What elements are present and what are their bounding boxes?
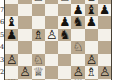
square-d7 — [45, 4, 58, 17]
white-bishop-c5: ♗ — [33, 29, 44, 42]
square-c7 — [32, 4, 45, 17]
square-b6 — [18, 16, 31, 29]
square-b2: ♙ — [18, 66, 31, 79]
rank-label-4: 4 — [0, 44, 4, 51]
square-e5: ♞ — [58, 29, 71, 42]
chess-board: ♜♜♚♟♝♟♝♟♞♟♟♗♙♞♘♙♘♙♙♕♙♗♙♖♖♔ — [4, 0, 112, 80]
square-f1: ♖ — [71, 79, 84, 80]
square-h4 — [98, 41, 111, 54]
square-h7: ♟ — [98, 4, 111, 17]
rank-label-7: 7 — [0, 7, 4, 14]
square-g6: ♟ — [85, 16, 98, 29]
white-pawn-h2: ♙ — [99, 66, 110, 79]
square-e2 — [58, 66, 71, 79]
square-c2: ♕ — [32, 66, 45, 79]
square-h5 — [98, 29, 111, 42]
rank-label-3: 3 — [0, 57, 4, 64]
chess-diagram: ♜♜♚♟♝♟♝♟♞♟♟♗♙♞♘♙♘♙♙♕♙♗♙♖♖♔ 765432 — [0, 0, 120, 80]
square-b4 — [18, 41, 31, 54]
square-h2: ♙ — [98, 66, 111, 79]
square-b5 — [18, 29, 31, 42]
square-e1 — [58, 79, 71, 80]
rank-label-2: 2 — [0, 69, 4, 76]
white-pawn-d5: ♙ — [46, 29, 57, 42]
square-d3 — [45, 54, 58, 67]
square-c1 — [32, 79, 45, 80]
white-rook-f1: ♖ — [73, 79, 84, 80]
black-pawn-h7: ♟ — [99, 4, 110, 17]
white-queen-c2: ♕ — [33, 66, 44, 79]
rank-label-5: 5 — [0, 32, 4, 39]
black-knight-e5: ♞ — [59, 29, 70, 42]
white-pawn-a3: ♙ — [6, 54, 17, 67]
square-a1: ♖ — [5, 79, 18, 80]
square-c5: ♗ — [32, 29, 45, 42]
square-e4 — [58, 41, 71, 54]
black-pawn-a5: ♟ — [6, 29, 17, 42]
square-g5 — [85, 29, 98, 42]
black-pawn-g6: ♟ — [86, 16, 97, 29]
square-d5: ♙ — [45, 29, 58, 42]
square-f4: ♘ — [71, 41, 84, 54]
black-knight-f6: ♞ — [73, 16, 84, 29]
rank-label-6: 6 — [0, 19, 4, 26]
square-a3: ♙ — [5, 54, 18, 67]
square-f6: ♞ — [71, 16, 84, 29]
square-a5: ♟ — [5, 29, 18, 42]
white-rook-a1: ♖ — [6, 79, 17, 80]
white-knight-f4: ♘ — [73, 41, 84, 54]
square-d4 — [45, 41, 58, 54]
square-e3 — [58, 54, 71, 67]
square-h6 — [98, 16, 111, 29]
square-b1 — [18, 79, 31, 80]
square-h1 — [98, 79, 111, 80]
white-king-g1: ♔ — [86, 79, 97, 80]
square-d1 — [45, 79, 58, 80]
square-g1: ♔ — [85, 79, 98, 80]
square-d2 — [45, 66, 58, 79]
square-b7 — [18, 4, 31, 17]
white-pawn-b2: ♙ — [19, 66, 30, 79]
